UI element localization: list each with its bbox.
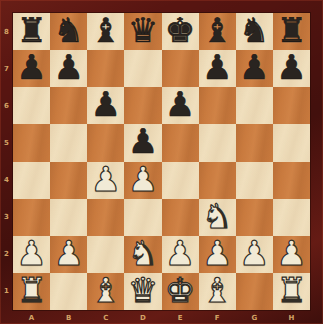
piece-black-rook[interactable]: ♜ — [276, 13, 306, 49]
square-g5[interactable] — [236, 124, 273, 161]
piece-white-pawn[interactable]: ♟ — [91, 162, 121, 198]
square-h8[interactable]: ♜ — [273, 13, 310, 50]
rank-label-6: 6 — [0, 87, 13, 124]
square-h6[interactable] — [273, 87, 310, 124]
square-g1[interactable] — [236, 273, 273, 310]
square-a7[interactable]: ♟ — [13, 50, 50, 87]
square-h7[interactable]: ♟ — [273, 50, 310, 87]
square-e6[interactable]: ♟ — [162, 87, 199, 124]
square-e4[interactable] — [162, 162, 199, 199]
square-g2[interactable]: ♟ — [236, 236, 273, 273]
chess-board-frame: 87654321 ABCDEFGH ♜♞♝♛♚♝♞♜♟♟♟♟♟♟♟♟♟♟♞♟♟♞… — [0, 0, 323, 324]
square-b1[interactable] — [50, 273, 87, 310]
square-h5[interactable] — [273, 124, 310, 161]
square-f2[interactable]: ♟ — [199, 236, 236, 273]
square-a5[interactable] — [13, 124, 50, 161]
rank-label-8: 8 — [0, 13, 13, 50]
square-a1[interactable]: ♜ — [13, 273, 50, 310]
square-c6[interactable]: ♟ — [87, 87, 124, 124]
file-labels: ABCDEFGH — [13, 310, 310, 324]
piece-black-king[interactable]: ♚ — [165, 13, 195, 49]
square-d3[interactable] — [124, 199, 161, 236]
square-c7[interactable] — [87, 50, 124, 87]
piece-white-pawn[interactable]: ♟ — [239, 236, 269, 272]
square-f3[interactable]: ♞ — [199, 199, 236, 236]
square-c3[interactable] — [87, 199, 124, 236]
piece-white-pawn[interactable]: ♟ — [53, 236, 83, 272]
square-e3[interactable] — [162, 199, 199, 236]
square-g8[interactable]: ♞ — [236, 13, 273, 50]
rank-label-3: 3 — [0, 199, 13, 236]
square-e2[interactable]: ♟ — [162, 236, 199, 273]
piece-black-knight[interactable]: ♞ — [53, 13, 83, 49]
square-f1[interactable]: ♝ — [199, 273, 236, 310]
piece-white-bishop[interactable]: ♝ — [91, 273, 121, 309]
piece-white-knight[interactable]: ♞ — [202, 199, 232, 235]
piece-white-pawn[interactable]: ♟ — [16, 236, 46, 272]
piece-white-pawn[interactable]: ♟ — [128, 162, 158, 198]
square-c5[interactable] — [87, 124, 124, 161]
chess-board: ♜♞♝♛♚♝♞♜♟♟♟♟♟♟♟♟♟♟♞♟♟♞♟♟♟♟♜♝♛♚♝♜ — [13, 13, 310, 310]
square-a2[interactable]: ♟ — [13, 236, 50, 273]
square-d5[interactable]: ♟ — [124, 124, 161, 161]
square-e7[interactable] — [162, 50, 199, 87]
square-f5[interactable] — [199, 124, 236, 161]
piece-black-pawn[interactable]: ♟ — [16, 50, 46, 86]
rank-label-7: 7 — [0, 50, 13, 87]
square-e1[interactable]: ♚ — [162, 273, 199, 310]
square-d6[interactable] — [124, 87, 161, 124]
rank-label-4: 4 — [0, 162, 13, 199]
piece-black-pawn[interactable]: ♟ — [53, 50, 83, 86]
square-e5[interactable] — [162, 124, 199, 161]
square-b7[interactable]: ♟ — [50, 50, 87, 87]
square-h2[interactable]: ♟ — [273, 236, 310, 273]
piece-white-rook[interactable]: ♜ — [276, 273, 306, 309]
square-g3[interactable] — [236, 199, 273, 236]
piece-black-bishop[interactable]: ♝ — [202, 13, 232, 49]
piece-black-pawn[interactable]: ♟ — [239, 50, 269, 86]
rank-labels: 87654321 — [0, 13, 13, 310]
square-d8[interactable]: ♛ — [124, 13, 161, 50]
piece-white-pawn[interactable]: ♟ — [165, 236, 195, 272]
piece-white-bishop[interactable]: ♝ — [202, 273, 232, 309]
square-h3[interactable] — [273, 199, 310, 236]
piece-black-pawn[interactable]: ♟ — [165, 87, 195, 123]
square-g6[interactable] — [236, 87, 273, 124]
rank-label-5: 5 — [0, 124, 13, 161]
square-f8[interactable]: ♝ — [199, 13, 236, 50]
square-a3[interactable] — [13, 199, 50, 236]
square-b8[interactable]: ♞ — [50, 13, 87, 50]
square-c4[interactable]: ♟ — [87, 162, 124, 199]
piece-white-queen[interactable]: ♛ — [128, 273, 158, 309]
square-a4[interactable] — [13, 162, 50, 199]
piece-white-knight[interactable]: ♞ — [128, 236, 158, 272]
square-h1[interactable]: ♜ — [273, 273, 310, 310]
square-a6[interactable] — [13, 87, 50, 124]
rank-label-2: 2 — [0, 236, 13, 273]
square-d2[interactable]: ♞ — [124, 236, 161, 273]
file-label-g: G — [236, 310, 273, 324]
file-label-f: F — [199, 310, 236, 324]
square-b5[interactable] — [50, 124, 87, 161]
square-b3[interactable] — [50, 199, 87, 236]
piece-black-rook[interactable]: ♜ — [16, 13, 46, 49]
piece-black-queen[interactable]: ♛ — [128, 13, 158, 49]
file-label-c: C — [87, 310, 124, 324]
square-a8[interactable]: ♜ — [13, 13, 50, 50]
square-c2[interactable] — [87, 236, 124, 273]
piece-black-bishop[interactable]: ♝ — [91, 13, 121, 49]
piece-black-pawn[interactable]: ♟ — [202, 50, 232, 86]
square-d4[interactable]: ♟ — [124, 162, 161, 199]
square-b6[interactable] — [50, 87, 87, 124]
file-label-b: B — [50, 310, 87, 324]
piece-white-rook[interactable]: ♜ — [16, 273, 46, 309]
square-e8[interactable]: ♚ — [162, 13, 199, 50]
square-f4[interactable] — [199, 162, 236, 199]
square-d7[interactable] — [124, 50, 161, 87]
square-b4[interactable] — [50, 162, 87, 199]
square-c8[interactable]: ♝ — [87, 13, 124, 50]
file-label-h: H — [273, 310, 310, 324]
piece-white-pawn[interactable]: ♟ — [276, 236, 306, 272]
square-f7[interactable]: ♟ — [199, 50, 236, 87]
square-b2[interactable]: ♟ — [50, 236, 87, 273]
piece-white-pawn[interactable]: ♟ — [202, 236, 232, 272]
piece-black-pawn[interactable]: ♟ — [128, 124, 158, 160]
piece-white-king[interactable]: ♚ — [165, 273, 195, 309]
square-c1[interactable]: ♝ — [87, 273, 124, 310]
file-label-d: D — [124, 310, 161, 324]
rank-label-1: 1 — [0, 273, 13, 310]
square-g7[interactable]: ♟ — [236, 50, 273, 87]
file-label-e: E — [162, 310, 199, 324]
square-d1[interactable]: ♛ — [124, 273, 161, 310]
file-label-a: A — [13, 310, 50, 324]
piece-black-knight[interactable]: ♞ — [239, 13, 269, 49]
piece-black-pawn[interactable]: ♟ — [276, 50, 306, 86]
square-h4[interactable] — [273, 162, 310, 199]
square-f6[interactable] — [199, 87, 236, 124]
piece-black-pawn[interactable]: ♟ — [91, 87, 121, 123]
square-g4[interactable] — [236, 162, 273, 199]
